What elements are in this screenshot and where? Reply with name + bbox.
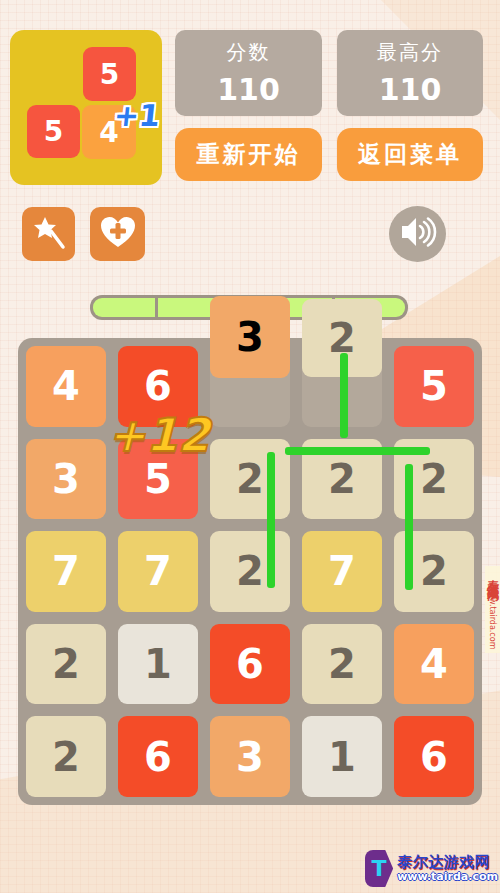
tile-2[interactable]: 2 xyxy=(302,624,382,705)
tile-7[interactable]: 7 xyxy=(302,531,382,612)
side-watermark-text: 泰尔达游戏网 xyxy=(484,570,500,582)
next-tiles-preview-card: 5 5 4 +1 xyxy=(10,30,162,185)
tile-4[interactable]: 4 xyxy=(26,346,106,427)
progress-segment-divider xyxy=(155,295,158,320)
tile-2[interactable]: 2 xyxy=(210,439,290,520)
site-logo-url: www.tairda.com xyxy=(397,871,498,883)
restart-button[interactable]: 重新开始 xyxy=(175,128,322,181)
hint-line xyxy=(340,353,348,438)
site-logo-icon: T xyxy=(365,850,393,887)
score-label: 分数 xyxy=(227,39,271,66)
heart-plus-icon xyxy=(98,214,138,255)
tile-2[interactable]: 2 xyxy=(26,624,106,705)
preview-tile-5: 5 xyxy=(83,47,136,101)
preview-tile-5: 5 xyxy=(27,105,80,158)
sound-toggle-button[interactable] xyxy=(389,206,446,262)
tile-7[interactable]: 7 xyxy=(118,531,198,612)
hint-line xyxy=(267,452,275,588)
tile-3[interactable]: 3 xyxy=(210,716,290,797)
tile-3[interactable]: 3 xyxy=(26,439,106,520)
tile-1[interactable]: 1 xyxy=(302,716,382,797)
tile-2[interactable]: 2 xyxy=(26,716,106,797)
extra-life-button[interactable] xyxy=(90,207,145,261)
site-logo-text: 泰尔达游戏网 xyxy=(397,855,498,871)
merge-bonus-popup: +12 xyxy=(96,408,221,462)
tile-6[interactable]: 6 xyxy=(394,716,474,797)
tile-1[interactable]: 1 xyxy=(118,624,198,705)
score-value: 110 xyxy=(217,72,280,107)
score-panel: 分数 110 xyxy=(175,30,322,116)
magic-wand-powerup-button[interactable] xyxy=(22,207,75,261)
site-logo: T 泰尔达游戏网 www.tairda.com xyxy=(365,846,498,891)
tile-6[interactable]: 6 xyxy=(118,716,198,797)
hint-line xyxy=(405,464,413,590)
game-screen: 5 5 4 +1 分数 110 最高分 110 重新开始 返回菜单 xyxy=(0,0,500,893)
side-watermark-url: www.tairda.com xyxy=(488,585,497,649)
best-score-panel: 最高分 110 xyxy=(337,30,483,116)
tile-6[interactable]: 6 xyxy=(210,624,290,705)
best-score-value: 110 xyxy=(379,72,442,107)
speaker-icon xyxy=(399,215,437,253)
tile-5[interactable]: 5 xyxy=(394,346,474,427)
tile-2[interactable]: 2 xyxy=(210,531,290,612)
return-menu-button[interactable]: 返回菜单 xyxy=(337,128,483,181)
falling-tile-3: 3 xyxy=(210,296,290,378)
magic-wand-icon xyxy=(30,214,68,255)
hint-line xyxy=(285,447,430,455)
best-score-label: 最高分 xyxy=(377,39,443,66)
tile-7[interactable]: 7 xyxy=(26,531,106,612)
bonus-plus-one-label: +1 xyxy=(112,98,162,133)
tile-4[interactable]: 4 xyxy=(394,624,474,705)
side-watermark: 泰尔达游戏网 www.tairda.com xyxy=(485,566,500,653)
